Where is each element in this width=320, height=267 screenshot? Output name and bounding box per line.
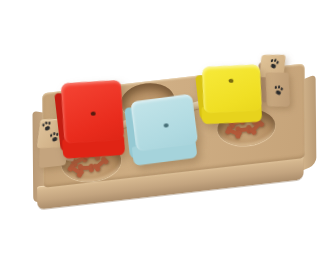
peg-hole xyxy=(228,79,233,83)
product-photo-scene xyxy=(0,0,320,267)
paw-print-icon xyxy=(267,58,280,71)
slider-block-red[interactable] xyxy=(53,78,132,165)
block-top-face xyxy=(130,94,198,152)
block-top-face xyxy=(61,80,125,144)
block-top-face xyxy=(202,65,262,113)
slider-block-blue[interactable] xyxy=(124,94,205,170)
rail-slot-left xyxy=(51,70,135,185)
peg-hole xyxy=(91,111,96,115)
rail-slot-center xyxy=(122,62,206,177)
puzzle-board xyxy=(9,48,316,228)
peg-hole xyxy=(163,123,168,128)
paw-print-icon xyxy=(41,120,52,133)
paw-print-icon xyxy=(272,84,284,96)
slider-block-yellow[interactable] xyxy=(194,62,268,129)
rail-slot-right xyxy=(194,54,278,169)
